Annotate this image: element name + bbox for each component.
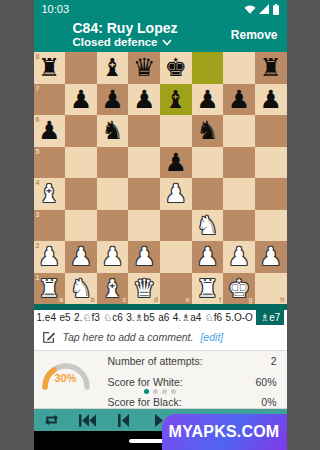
move-token[interactable]: 2.♘f3 (74, 312, 100, 323)
stat-label: Score for Black: (108, 396, 182, 408)
rank-label: 1 (36, 274, 40, 281)
move-token[interactable]: ♘f6 (205, 312, 222, 323)
gauge-percent-label: 30% (55, 372, 77, 384)
dot[interactable] (162, 389, 167, 394)
piece-white-pawn: ♟ (160, 178, 192, 210)
page-title: C84: Ruy Lopez (73, 20, 178, 36)
stat-label: Number of attempts: (108, 355, 203, 367)
square-f7[interactable]: ♟ (192, 84, 224, 116)
battery-icon (273, 4, 279, 15)
rank-label: 8 (36, 53, 40, 60)
square-e2[interactable] (160, 241, 192, 273)
square-c4[interactable] (97, 178, 129, 210)
move-token[interactable]: 1.e4 (37, 312, 56, 323)
move-token[interactable]: 4.♗a4 (173, 312, 201, 323)
flip-board-icon (43, 413, 60, 427)
square-e3[interactable] (160, 210, 192, 242)
piece-black-pawn: ♟ (65, 84, 97, 116)
piece-black-bishop: ♝ (97, 52, 129, 84)
file-label: a (59, 296, 63, 303)
piece-white-pawn: ♟ (97, 241, 129, 273)
file-label: f (219, 296, 221, 303)
square-e6[interactable] (160, 115, 192, 147)
square-f5[interactable] (192, 147, 224, 179)
chess-board: 8♜♝♛♚♜7♟♟♟♝♟♟♟6♟♞♞5♟4♝♟3♞2♟♟♟♟♟♟♟1a♜b♞c♝… (34, 52, 287, 304)
square-a6[interactable]: 6♟ (34, 115, 66, 147)
square-g1[interactable]: g♚ (223, 273, 255, 305)
square-c8[interactable]: ♝ (97, 52, 129, 84)
chevron-down-icon (162, 39, 172, 46)
square-g8[interactable] (223, 52, 255, 84)
square-b3[interactable] (65, 210, 97, 242)
piece-black-pawn: ♟ (192, 84, 224, 116)
square-b1[interactable]: b♞ (65, 273, 97, 305)
piece-black-queen: ♛ (128, 52, 160, 84)
rank-label: 2 (36, 242, 40, 249)
square-g6[interactable] (223, 115, 255, 147)
move-token[interactable]: 5.O-O (226, 312, 253, 323)
square-f3[interactable]: ♞ (192, 210, 224, 242)
piece-black-knight: ♞ (192, 115, 224, 147)
square-b5[interactable] (65, 147, 97, 179)
score-gauge: 30% (41, 358, 91, 392)
rank-label: 6 (36, 116, 40, 123)
square-a4[interactable]: 4♝ (34, 178, 66, 210)
square-g7[interactable]: ♟ (223, 84, 255, 116)
watermark-text: MYAPKS.COM (169, 423, 280, 441)
square-f1[interactable]: f♜ (192, 273, 224, 305)
flip-board-button[interactable] (34, 409, 70, 432)
file-label: b (90, 296, 94, 303)
stat-value: 0% (261, 396, 276, 408)
square-h7[interactable]: ♟ (255, 84, 287, 116)
piece-black-pawn: ♟ (255, 84, 287, 116)
stat-row: Score for White:60% (108, 376, 277, 388)
square-a3[interactable]: 3 (34, 210, 66, 242)
square-e8[interactable]: ♚ (160, 52, 192, 84)
move-token-selected[interactable]: ♗e7 (256, 310, 284, 325)
square-c6[interactable]: ♞ (97, 115, 129, 147)
stats-panel: 30% Number of attempts:2Score for White:… (34, 351, 287, 408)
piece-white-pawn: ♟ (223, 241, 255, 273)
comment-placeholder: Tap here to add a comment. (63, 331, 194, 343)
square-d5[interactable] (128, 147, 160, 179)
square-b2[interactable]: ♟ (65, 241, 97, 273)
stat-row: Number of attempts:2 (108, 355, 277, 367)
file-label: g (249, 296, 253, 303)
rank-label: 7 (36, 85, 40, 92)
square-b6[interactable] (65, 115, 97, 147)
piece-white-knight: ♞ (192, 210, 224, 242)
square-a2[interactable]: 2♟ (34, 241, 66, 273)
square-e1[interactable]: e (160, 273, 192, 305)
square-h2[interactable]: ♟ (255, 241, 287, 273)
piece-white-pawn: ♟ (255, 241, 287, 273)
square-g5[interactable] (223, 147, 255, 179)
square-b4[interactable] (65, 178, 97, 210)
watermark-badge[interactable]: MYAPKS.COM (162, 414, 287, 450)
square-f6[interactable]: ♞ (192, 115, 224, 147)
square-d6[interactable] (128, 115, 160, 147)
square-c5[interactable] (97, 147, 129, 179)
move-token[interactable]: a6 (158, 312, 169, 323)
skip-to-start-icon (79, 414, 96, 427)
file-label: d (154, 296, 158, 303)
square-g3[interactable] (223, 210, 255, 242)
title-block: C84: Ruy Lopez Closed defence (73, 20, 178, 49)
file-label: e (186, 296, 190, 303)
stat-value: 60% (255, 376, 276, 388)
file-label: c (122, 296, 126, 303)
clock: 10:03 (42, 3, 70, 15)
stat-row: Score for Black:0% (108, 396, 277, 408)
piece-white-pawn: ♟ (192, 241, 224, 273)
piece-black-pawn: ♟ (160, 147, 192, 179)
rank-label: 3 (36, 211, 40, 218)
square-e5[interactable]: ♟ (160, 147, 192, 179)
piece-black-knight: ♞ (97, 115, 129, 147)
square-d7[interactable]: ♟ (128, 84, 160, 116)
piece-black-pawn: ♟ (223, 84, 255, 116)
square-h4[interactable] (255, 178, 287, 210)
square-e4[interactable]: ♟ (160, 178, 192, 210)
square-g2[interactable]: ♟ (223, 241, 255, 273)
move-token[interactable]: ♘c6 (103, 312, 123, 323)
square-d4[interactable] (128, 178, 160, 210)
square-c7[interactable]: ♟ (97, 84, 129, 116)
square-h6[interactable] (255, 115, 287, 147)
status-icons (244, 4, 279, 15)
page-indicator-dots[interactable] (144, 389, 176, 394)
edit-comment-link[interactable]: [edit] (200, 331, 223, 343)
square-d3[interactable] (128, 210, 160, 242)
status-bar: 10:03 (34, 0, 287, 18)
square-a5[interactable]: 5 (34, 147, 66, 179)
square-c3[interactable] (97, 210, 129, 242)
square-c2[interactable]: ♟ (97, 241, 129, 273)
remove-button[interactable]: Remove (231, 28, 278, 42)
square-h8[interactable]: ♜ (255, 52, 287, 84)
piece-black-pawn: ♟ (97, 84, 129, 116)
square-f4[interactable] (192, 178, 224, 210)
square-d8[interactable]: ♛ (128, 52, 160, 84)
square-d2[interactable]: ♟ (128, 241, 160, 273)
square-f2[interactable]: ♟ (192, 241, 224, 273)
piece-black-pawn: ♟ (128, 84, 160, 116)
square-h3[interactable] (255, 210, 287, 242)
square-h5[interactable] (255, 147, 287, 179)
signal-icon (259, 4, 270, 14)
square-f8[interactable] (192, 52, 224, 84)
rank-label: 5 (36, 148, 40, 155)
piece-white-pawn: ♟ (128, 241, 160, 273)
square-a8[interactable]: 8♜ (34, 52, 66, 84)
file-label: h (280, 296, 284, 303)
square-d1[interactable]: d♛ (128, 273, 160, 305)
move-token[interactable]: e5 (59, 312, 70, 323)
variation-name: Closed defence (73, 36, 158, 49)
compose-icon (42, 330, 56, 344)
dot[interactable] (153, 389, 158, 394)
wifi-icon (244, 4, 256, 14)
square-e7[interactable]: ♝ (160, 84, 192, 116)
stat-value: 2 (271, 355, 277, 367)
rank-label: 4 (36, 179, 40, 186)
skip-to-start-button[interactable] (70, 409, 106, 432)
comment-row[interactable]: Tap here to add a comment. [edit] (34, 324, 287, 350)
dot[interactable] (171, 389, 176, 394)
square-b7[interactable]: ♟ (65, 84, 97, 116)
square-c1[interactable]: c♝ (97, 273, 129, 305)
piece-black-rook: ♜ (255, 52, 287, 84)
square-b8[interactable] (65, 52, 97, 84)
app-bar: C84: Ruy Lopez Closed defence Remove (34, 18, 287, 52)
move-list: 1.e4e52.♘f3♘c63.♗b5a64.♗a4♘f65.O-O♗e7 (34, 310, 287, 324)
square-a7[interactable]: 7 (34, 84, 66, 116)
stat-label: Score for White: (108, 376, 183, 388)
move-token[interactable]: 3.♗b5 (126, 312, 154, 323)
square-g4[interactable] (223, 178, 255, 210)
dot-active[interactable] (144, 389, 149, 394)
piece-white-pawn: ♟ (65, 241, 97, 273)
square-a1[interactable]: 1a♜ (34, 273, 66, 305)
previous-move-icon (118, 414, 130, 427)
variation-dropdown[interactable]: Closed defence (73, 36, 178, 49)
piece-black-bishop: ♝ (160, 84, 192, 116)
previous-move-button[interactable] (106, 409, 142, 432)
piece-black-king: ♚ (160, 52, 192, 84)
square-h1[interactable]: h (255, 273, 287, 305)
app-screen: 10:03 C84: Ruy Lopez Closed defence Remo… (34, 0, 287, 450)
